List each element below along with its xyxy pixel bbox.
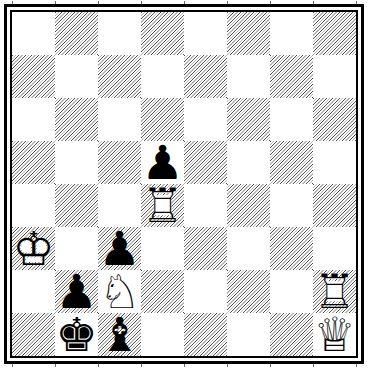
square-e4[interactable] <box>184 184 227 227</box>
square-a6[interactable] <box>12 98 55 141</box>
piece-glyph-outline: ♔ <box>12 224 54 271</box>
square-d8[interactable] <box>141 12 184 55</box>
square-b5[interactable] <box>55 141 98 184</box>
square-d2[interactable] <box>141 270 184 313</box>
square-d4[interactable]: ♜♖ <box>141 184 184 227</box>
square-e2[interactable] <box>184 270 227 313</box>
piece-black-king[interactable]: ♚ <box>55 313 98 356</box>
square-f2[interactable] <box>227 270 270 313</box>
board-outer-border: ♟♜♖♚♔♟♟♞♘♜♖♚♝♛♕ <box>4 4 364 364</box>
square-f1[interactable] <box>227 313 270 356</box>
square-f4[interactable] <box>227 184 270 227</box>
piece-white-rook[interactable]: ♜♖ <box>141 184 184 227</box>
square-a2[interactable] <box>12 270 55 313</box>
square-g8[interactable] <box>270 12 313 55</box>
square-d7[interactable] <box>141 55 184 98</box>
chess-board: ♟♜♖♚♔♟♟♞♘♜♖♚♝♛♕ <box>12 12 356 356</box>
piece-white-queen[interactable]: ♛♕ <box>313 313 356 356</box>
square-c1[interactable]: ♝ <box>98 313 141 356</box>
square-h8[interactable] <box>313 12 356 55</box>
piece-glyph: ♝ <box>98 310 140 357</box>
square-a5[interactable] <box>12 141 55 184</box>
square-a7[interactable] <box>12 55 55 98</box>
piece-glyph-outline: ♕ <box>313 310 355 357</box>
square-h1[interactable]: ♛♕ <box>313 313 356 356</box>
square-c6[interactable] <box>98 98 141 141</box>
square-h5[interactable] <box>313 141 356 184</box>
square-f6[interactable] <box>227 98 270 141</box>
square-f3[interactable] <box>227 227 270 270</box>
square-g3[interactable] <box>270 227 313 270</box>
square-b8[interactable] <box>55 12 98 55</box>
square-b6[interactable] <box>55 98 98 141</box>
chess-diagram-page: ♟♜♖♚♔♟♟♞♘♜♖♚♝♛♕ <box>0 0 369 369</box>
piece-glyph-outline: ♖ <box>141 181 183 228</box>
square-d1[interactable] <box>141 313 184 356</box>
square-e3[interactable] <box>184 227 227 270</box>
square-g7[interactable] <box>270 55 313 98</box>
piece-white-king[interactable]: ♚♔ <box>12 227 55 270</box>
square-h7[interactable] <box>313 55 356 98</box>
square-a8[interactable] <box>12 12 55 55</box>
square-e6[interactable] <box>184 98 227 141</box>
square-e7[interactable] <box>184 55 227 98</box>
piece-black-bishop[interactable]: ♝ <box>98 313 141 356</box>
square-c7[interactable] <box>98 55 141 98</box>
square-c5[interactable] <box>98 141 141 184</box>
square-f8[interactable] <box>227 12 270 55</box>
square-g4[interactable] <box>270 184 313 227</box>
square-a1[interactable] <box>12 313 55 356</box>
square-f5[interactable] <box>227 141 270 184</box>
square-h4[interactable] <box>313 184 356 227</box>
square-g6[interactable] <box>270 98 313 141</box>
square-e1[interactable] <box>184 313 227 356</box>
square-e5[interactable] <box>184 141 227 184</box>
square-a3[interactable]: ♚♔ <box>12 227 55 270</box>
board-inner-border: ♟♜♖♚♔♟♟♞♘♜♖♚♝♛♕ <box>10 10 358 358</box>
square-h6[interactable] <box>313 98 356 141</box>
square-b7[interactable] <box>55 55 98 98</box>
square-b1[interactable]: ♚ <box>55 313 98 356</box>
square-f7[interactable] <box>227 55 270 98</box>
square-g1[interactable] <box>270 313 313 356</box>
piece-glyph: ♚ <box>55 310 97 357</box>
square-g5[interactable] <box>270 141 313 184</box>
square-d3[interactable] <box>141 227 184 270</box>
square-b4[interactable] <box>55 184 98 227</box>
square-g2[interactable] <box>270 270 313 313</box>
square-c8[interactable] <box>98 12 141 55</box>
square-e8[interactable] <box>184 12 227 55</box>
